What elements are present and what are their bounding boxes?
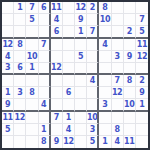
cell-r1c7-given[interactable]: 12 bbox=[75, 2, 87, 14]
cell-r12c8-given[interactable]: 5 bbox=[87, 136, 99, 148]
cell-r9c2-empty[interactable] bbox=[14, 99, 26, 111]
cell-r9c5-empty[interactable] bbox=[51, 99, 63, 111]
cell-r10c8-given[interactable]: 10 bbox=[87, 112, 99, 124]
cell-r7c8-given[interactable]: 4 bbox=[87, 75, 99, 87]
cell-r6c3-given[interactable]: 1 bbox=[26, 63, 38, 75]
cell-r9c9-given[interactable]: 3 bbox=[99, 99, 111, 111]
cell-r5c6-empty[interactable] bbox=[63, 51, 75, 63]
cell-r7c2-empty[interactable] bbox=[14, 75, 26, 87]
cell-r4c4-given[interactable]: 7 bbox=[39, 39, 51, 51]
cell-r12c5-given[interactable]: 9 bbox=[51, 136, 63, 148]
cell-r4c7-empty[interactable] bbox=[75, 39, 87, 51]
cell-r9c3-empty[interactable] bbox=[26, 99, 38, 111]
cell-r6c9-empty[interactable] bbox=[99, 63, 111, 75]
cell-r8c12-given[interactable]: 9 bbox=[136, 87, 148, 99]
cell-r8c1-given[interactable]: 1 bbox=[2, 87, 14, 99]
cell-r6c7-empty[interactable] bbox=[75, 63, 87, 75]
cell-r5c12-given[interactable]: 12 bbox=[136, 51, 148, 63]
cell-r1c5-given[interactable]: 11 bbox=[51, 2, 63, 14]
cell-r5c1-given[interactable]: 4 bbox=[2, 51, 14, 63]
cell-r2c12-given[interactable]: 7 bbox=[136, 14, 148, 26]
cell-r3c7-given[interactable]: 1 bbox=[75, 26, 87, 38]
cell-r11c8-given[interactable]: 3 bbox=[87, 124, 99, 136]
cell-r2c10-empty[interactable] bbox=[112, 14, 124, 26]
cell-r10c12-empty[interactable] bbox=[136, 112, 148, 124]
cell-r11c1-given[interactable]: 5 bbox=[2, 124, 14, 136]
cell-r1c10-empty[interactable] bbox=[112, 2, 124, 14]
cell-r8c8-empty[interactable] bbox=[87, 87, 99, 99]
cell-r2c7-given[interactable]: 9 bbox=[75, 14, 87, 26]
cell-r11c11-empty[interactable] bbox=[124, 124, 136, 136]
cell-r2c11-empty[interactable] bbox=[124, 14, 136, 26]
cell-r11c6-given[interactable]: 4 bbox=[63, 124, 75, 136]
cell-r11c2-empty[interactable] bbox=[14, 124, 26, 136]
cell-r4c11-empty[interactable] bbox=[124, 39, 136, 51]
cell-r3c9-empty[interactable] bbox=[99, 26, 111, 38]
cell-r1c11-empty[interactable] bbox=[124, 2, 136, 14]
cell-r5c8-empty[interactable] bbox=[87, 51, 99, 63]
cell-r4c6-empty[interactable] bbox=[63, 39, 75, 51]
cell-r6c5-given[interactable]: 12 bbox=[51, 63, 63, 75]
cell-r12c7-empty[interactable] bbox=[75, 136, 87, 148]
cell-r1c3-given[interactable]: 7 bbox=[26, 2, 38, 14]
cell-r8c5-empty[interactable] bbox=[51, 87, 63, 99]
cell-r11c7-empty[interactable] bbox=[75, 124, 87, 136]
cell-r6c8-empty[interactable] bbox=[87, 63, 99, 75]
cell-r12c1-empty[interactable] bbox=[2, 136, 14, 148]
cell-r3c5-given[interactable]: 6 bbox=[51, 26, 63, 38]
cell-r10c10-empty[interactable] bbox=[112, 112, 124, 124]
cell-r5c9-empty[interactable] bbox=[99, 51, 111, 63]
cell-r5c11-given[interactable]: 9 bbox=[124, 51, 136, 63]
cell-r1c1-empty[interactable] bbox=[2, 2, 14, 14]
cell-r6c1-given[interactable]: 3 bbox=[2, 63, 14, 75]
cell-r8c3-given[interactable]: 8 bbox=[26, 87, 38, 99]
cell-r1c12-empty[interactable] bbox=[136, 2, 148, 14]
cell-r10c3-empty[interactable] bbox=[26, 112, 38, 124]
cell-r9c11-given[interactable]: 10 bbox=[124, 99, 136, 111]
cell-r8c6-given[interactable]: 6 bbox=[63, 87, 75, 99]
cell-r5c2-empty[interactable] bbox=[14, 51, 26, 63]
cell-r12c6-given[interactable]: 12 bbox=[63, 136, 75, 148]
cell-r10c7-empty[interactable] bbox=[75, 112, 87, 124]
cell-r4c2-given[interactable]: 8 bbox=[14, 39, 26, 51]
cell-r5c10-given[interactable]: 3 bbox=[112, 51, 124, 63]
cell-r6c4-empty[interactable] bbox=[39, 63, 51, 75]
cell-r10c2-given[interactable]: 12 bbox=[14, 112, 26, 124]
cell-r2c3-given[interactable]: 5 bbox=[26, 14, 38, 26]
cell-r10c5-given[interactable]: 7 bbox=[51, 112, 63, 124]
cell-r9c1-given[interactable]: 9 bbox=[2, 99, 14, 111]
cell-r9c10-empty[interactable] bbox=[112, 99, 124, 111]
cell-r9c12-given[interactable]: 1 bbox=[136, 99, 148, 111]
cell-r6c2-given[interactable]: 6 bbox=[14, 63, 26, 75]
cell-r9c6-empty[interactable] bbox=[63, 99, 75, 111]
cell-r3c2-empty[interactable] bbox=[14, 26, 26, 38]
cell-r8c2-given[interactable]: 3 bbox=[14, 87, 26, 99]
cell-r4c1-given[interactable]: 12 bbox=[2, 39, 14, 51]
cell-r12c9-given[interactable]: 1 bbox=[99, 136, 111, 148]
sudoku-board: 1761112285491076172512874114105391236112… bbox=[0, 0, 150, 150]
cell-r12c12-empty[interactable] bbox=[136, 136, 148, 148]
cell-r12c11-given[interactable]: 11 bbox=[124, 136, 136, 148]
cell-r11c10-given[interactable]: 8 bbox=[112, 124, 124, 136]
cell-r3c3-empty[interactable] bbox=[26, 26, 38, 38]
cell-r3c11-given[interactable]: 2 bbox=[124, 26, 136, 38]
cell-r1c9-given[interactable]: 8 bbox=[99, 2, 111, 14]
cell-r1c2-given[interactable]: 1 bbox=[14, 2, 26, 14]
cell-r9c8-empty[interactable] bbox=[87, 99, 99, 111]
cell-r7c11-given[interactable]: 8 bbox=[124, 75, 136, 87]
cell-r10c11-empty[interactable] bbox=[124, 112, 136, 124]
cell-r5c7-given[interactable]: 5 bbox=[75, 51, 87, 63]
cell-r2c6-empty[interactable] bbox=[63, 14, 75, 26]
cell-r10c6-given[interactable]: 1 bbox=[63, 112, 75, 124]
cell-r7c6-empty[interactable] bbox=[63, 75, 75, 87]
cell-r5c4-empty[interactable] bbox=[39, 51, 51, 63]
cell-r3c12-given[interactable]: 5 bbox=[136, 26, 148, 38]
cell-r3c8-given[interactable]: 7 bbox=[87, 26, 99, 38]
cell-r8c9-empty[interactable] bbox=[99, 87, 111, 99]
cell-r9c4-given[interactable]: 4 bbox=[39, 99, 51, 111]
cell-r11c3-empty[interactable] bbox=[26, 124, 38, 136]
cell-r2c8-empty[interactable] bbox=[87, 14, 99, 26]
cell-r12c10-given[interactable]: 4 bbox=[112, 136, 124, 148]
cell-r4c10-empty[interactable] bbox=[112, 39, 124, 51]
cell-r2c1-empty[interactable] bbox=[2, 14, 14, 26]
cell-r7c7-empty[interactable] bbox=[75, 75, 87, 87]
cell-r9c7-empty[interactable] bbox=[75, 99, 87, 111]
cell-r4c9-given[interactable]: 4 bbox=[99, 39, 111, 51]
cell-r2c4-empty[interactable] bbox=[39, 14, 51, 26]
cell-r6c10-empty[interactable] bbox=[112, 63, 124, 75]
cell-r2c5-given[interactable]: 4 bbox=[51, 14, 63, 26]
cell-r7c3-empty[interactable] bbox=[26, 75, 38, 87]
cell-r7c4-empty[interactable] bbox=[39, 75, 51, 87]
cell-r3c6-empty[interactable] bbox=[63, 26, 75, 38]
cell-r3c1-empty[interactable] bbox=[2, 26, 14, 38]
cell-r11c12-empty[interactable] bbox=[136, 124, 148, 136]
cell-r10c9-empty[interactable] bbox=[99, 112, 111, 124]
cell-r1c8-given[interactable]: 2 bbox=[87, 2, 99, 14]
cell-r6c6-empty[interactable] bbox=[63, 63, 75, 75]
cell-r8c7-empty[interactable] bbox=[75, 87, 87, 99]
cell-r10c4-empty[interactable] bbox=[39, 112, 51, 124]
cell-r1c4-given[interactable]: 6 bbox=[39, 2, 51, 14]
cell-r8c11-empty[interactable] bbox=[124, 87, 136, 99]
cell-r3c10-empty[interactable] bbox=[112, 26, 124, 38]
cell-r7c10-given[interactable]: 7 bbox=[112, 75, 124, 87]
cell-r7c5-empty[interactable] bbox=[51, 75, 63, 87]
cell-r4c12-given[interactable]: 11 bbox=[136, 39, 148, 51]
cell-r11c5-empty[interactable] bbox=[51, 124, 63, 136]
cell-r7c9-empty[interactable] bbox=[99, 75, 111, 87]
cell-r6c12-empty[interactable] bbox=[136, 63, 148, 75]
cell-r11c9-empty[interactable] bbox=[99, 124, 111, 136]
cell-r2c9-given[interactable]: 10 bbox=[99, 14, 111, 26]
cell-r5c5-empty[interactable] bbox=[51, 51, 63, 63]
cell-r4c3-empty[interactable] bbox=[26, 39, 38, 51]
cell-r12c4-given[interactable]: 8 bbox=[39, 136, 51, 148]
cell-r7c1-empty[interactable] bbox=[2, 75, 14, 87]
cell-r4c5-empty[interactable] bbox=[51, 39, 63, 51]
cell-r4c8-empty[interactable] bbox=[87, 39, 99, 51]
cell-r12c3-empty[interactable] bbox=[26, 136, 38, 148]
cell-r11c4-given[interactable]: 1 bbox=[39, 124, 51, 136]
cell-r2c2-empty[interactable] bbox=[14, 14, 26, 26]
cell-r3c4-empty[interactable] bbox=[39, 26, 51, 38]
cell-r5c3-given[interactable]: 10 bbox=[26, 51, 38, 63]
cell-r8c10-given[interactable]: 12 bbox=[112, 87, 124, 99]
cell-r8c4-empty[interactable] bbox=[39, 87, 51, 99]
cell-r7c12-given[interactable]: 2 bbox=[136, 75, 148, 87]
cell-r12c2-empty[interactable] bbox=[14, 136, 26, 148]
cell-r6c11-empty[interactable] bbox=[124, 63, 136, 75]
cell-r10c1-given[interactable]: 11 bbox=[2, 112, 14, 124]
cell-r1c6-empty[interactable] bbox=[63, 2, 75, 14]
